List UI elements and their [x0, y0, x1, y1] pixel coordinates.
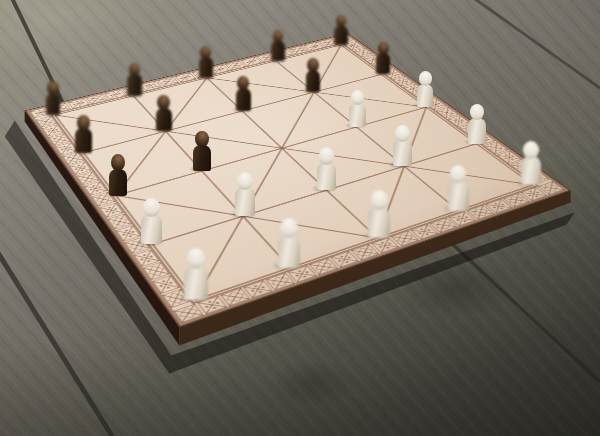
piece-body [306, 70, 321, 92]
piece-body [278, 235, 301, 267]
piece-body [127, 74, 141, 95]
piece-body [109, 169, 127, 196]
piece-dark-a1[interactable] [46, 81, 61, 115]
piece-light-d4[interactable] [393, 125, 412, 166]
piece-head [195, 131, 209, 147]
piece-head [351, 90, 364, 105]
piece-light-d5[interactable] [448, 165, 469, 211]
piece-body [236, 88, 251, 111]
piece-dark-a2[interactable] [75, 115, 91, 152]
piece-dark-e1[interactable] [334, 15, 347, 45]
piece-body [368, 207, 390, 238]
piece-dark-b1[interactable] [127, 63, 141, 96]
piece-body [417, 84, 434, 107]
piece-head [419, 71, 432, 86]
piece-body [521, 156, 541, 185]
piece-body [184, 266, 208, 300]
piece-head [470, 104, 484, 120]
piece-body [193, 145, 211, 171]
piece-body [393, 139, 412, 166]
piece-head [378, 42, 389, 55]
piece-head [395, 125, 410, 142]
piece-head [273, 30, 284, 43]
piece-dark-d1[interactable] [271, 30, 285, 61]
piece-light-d3[interactable] [349, 90, 366, 127]
piece-body [235, 187, 255, 216]
piece-light-a5[interactable] [184, 248, 208, 300]
piece-dark-d2[interactable] [306, 58, 321, 92]
piece-body [156, 108, 172, 131]
piece-light-b4[interactable] [235, 172, 255, 216]
piece-head [47, 81, 59, 95]
piece-body [199, 57, 213, 78]
piece-body [468, 118, 486, 144]
piece-body [376, 53, 390, 74]
piece-body [334, 26, 347, 45]
piece-dark-b3[interactable] [193, 131, 211, 171]
piece-light-a4[interactable] [141, 198, 162, 244]
piece-head [157, 95, 169, 110]
piece-light-b5[interactable] [278, 218, 301, 268]
piece-head [280, 218, 298, 238]
piece-head [450, 165, 466, 184]
piece-head [111, 154, 125, 171]
piece-head [371, 190, 388, 210]
piece-light-c5[interactable] [368, 190, 390, 238]
piece-body [349, 103, 366, 127]
piece-body [317, 162, 337, 190]
piece-head [237, 172, 253, 190]
piece-body [448, 181, 469, 211]
piece-light-e5[interactable] [521, 141, 541, 185]
piece-body [141, 214, 162, 244]
piece-dark-b2[interactable] [156, 95, 172, 131]
piece-dark-c1[interactable] [199, 46, 213, 78]
piece-head [307, 58, 319, 72]
piece-head [143, 198, 160, 217]
piece-light-e4[interactable] [468, 104, 486, 144]
piece-body [46, 93, 61, 115]
piece-body [75, 128, 91, 152]
pieces-layer [0, 0, 600, 436]
piece-body [271, 41, 285, 61]
piece-head [77, 115, 90, 130]
piece-head [523, 141, 539, 159]
piece-dark-a3[interactable] [109, 154, 127, 196]
piece-light-e3[interactable] [417, 71, 434, 107]
piece-dark-c2[interactable] [236, 76, 251, 111]
scene [0, 0, 600, 436]
piece-dark-e2[interactable] [376, 42, 390, 75]
piece-light-c4[interactable] [317, 147, 337, 190]
